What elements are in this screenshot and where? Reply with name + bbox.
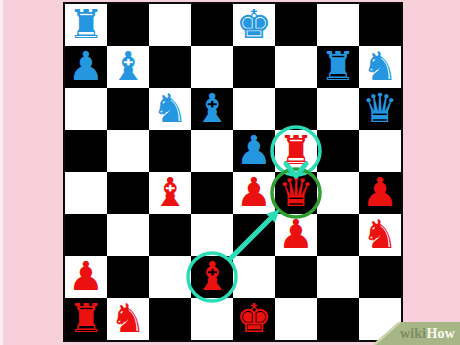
- square-b4[interactable]: [107, 172, 149, 214]
- red-knight-b1[interactable]: ♞: [110, 298, 146, 338]
- square-d8[interactable]: [191, 4, 233, 46]
- square-a5[interactable]: [65, 130, 107, 172]
- square-f5[interactable]: ♜: [275, 130, 317, 172]
- red-pawn-e4[interactable]: ♟: [236, 172, 272, 212]
- blue-pawn-e5[interactable]: ♟: [236, 130, 272, 170]
- square-f2[interactable]: [275, 256, 317, 298]
- square-a2[interactable]: ♟: [65, 256, 107, 298]
- square-e3[interactable]: [233, 214, 275, 256]
- square-e5[interactable]: ♟: [233, 130, 275, 172]
- red-knight-h3[interactable]: ♞: [362, 214, 398, 254]
- square-g8[interactable]: [317, 4, 359, 46]
- blue-queen-h6[interactable]: ♛: [362, 88, 398, 128]
- square-b5[interactable]: [107, 130, 149, 172]
- square-e6[interactable]: [233, 88, 275, 130]
- square-f1[interactable]: [275, 298, 317, 340]
- square-d7[interactable]: [191, 46, 233, 88]
- square-f8[interactable]: [275, 4, 317, 46]
- square-c2[interactable]: [149, 256, 191, 298]
- square-a6[interactable]: [65, 88, 107, 130]
- square-a7[interactable]: ♟: [65, 46, 107, 88]
- blue-pawn-a7[interactable]: ♟: [68, 46, 104, 86]
- red-pawn-h4[interactable]: ♟: [362, 172, 398, 212]
- square-c1[interactable]: [149, 298, 191, 340]
- red-rook-a1[interactable]: ♜: [68, 298, 104, 338]
- square-a1[interactable]: ♜: [65, 298, 107, 340]
- blue-rook-g7[interactable]: ♜: [320, 46, 356, 86]
- square-g4[interactable]: [317, 172, 359, 214]
- square-f4[interactable]: ♛: [275, 172, 317, 214]
- square-g7[interactable]: ♜: [317, 46, 359, 88]
- red-pawn-a2[interactable]: ♟: [68, 256, 104, 296]
- blue-rook-a8[interactable]: ♜: [68, 4, 104, 44]
- square-h5[interactable]: [359, 130, 401, 172]
- square-a8[interactable]: ♜: [65, 4, 107, 46]
- square-e4[interactable]: ♟: [233, 172, 275, 214]
- blue-bishop-d6[interactable]: ♝: [194, 88, 230, 128]
- square-c3[interactable]: [149, 214, 191, 256]
- square-f7[interactable]: [275, 46, 317, 88]
- wikihow-logo-text: wikiHow: [400, 322, 455, 345]
- blue-king-e8[interactable]: ♚: [236, 4, 272, 44]
- square-h6[interactable]: ♛: [359, 88, 401, 130]
- square-d5[interactable]: [191, 130, 233, 172]
- red-bishop-c4[interactable]: ♝: [152, 172, 188, 212]
- square-h8[interactable]: [359, 4, 401, 46]
- square-a3[interactable]: [65, 214, 107, 256]
- square-d4[interactable]: [191, 172, 233, 214]
- chess-board: ♜♚♟♝♜♞♞♝♛♟♜♝♟♛♟♟♞♟♝♜♞♚: [63, 2, 403, 342]
- square-g1[interactable]: [317, 298, 359, 340]
- square-c6[interactable]: ♞: [149, 88, 191, 130]
- square-g5[interactable]: [317, 130, 359, 172]
- square-b6[interactable]: [107, 88, 149, 130]
- wikihow-logo-how: How: [426, 326, 455, 341]
- square-e8[interactable]: ♚: [233, 4, 275, 46]
- square-d6[interactable]: ♝: [191, 88, 233, 130]
- square-h3[interactable]: ♞: [359, 214, 401, 256]
- square-b7[interactable]: ♝: [107, 46, 149, 88]
- red-pawn-f3[interactable]: ♟: [278, 214, 314, 254]
- chess-diagram: ♜♚♟♝♜♞♞♝♛♟♜♝♟♛♟♟♞♟♝♜♞♚ wikiHow: [0, 0, 460, 345]
- square-c8[interactable]: [149, 4, 191, 46]
- red-king-e1[interactable]: ♚: [236, 298, 272, 338]
- blue-knight-h7[interactable]: ♞: [362, 46, 398, 86]
- square-c5[interactable]: [149, 130, 191, 172]
- square-f3[interactable]: ♟: [275, 214, 317, 256]
- square-c4[interactable]: ♝: [149, 172, 191, 214]
- square-c7[interactable]: [149, 46, 191, 88]
- square-d1[interactable]: [191, 298, 233, 340]
- square-b1[interactable]: ♞: [107, 298, 149, 340]
- square-b8[interactable]: [107, 4, 149, 46]
- square-a4[interactable]: [65, 172, 107, 214]
- square-b2[interactable]: [107, 256, 149, 298]
- red-rook-f5[interactable]: ♜: [278, 130, 314, 170]
- wikihow-logo-wiki: wiki: [400, 326, 426, 341]
- square-e2[interactable]: [233, 256, 275, 298]
- square-g3[interactable]: [317, 214, 359, 256]
- left-edge-strip: [0, 0, 3, 345]
- square-d2[interactable]: ♝: [191, 256, 233, 298]
- square-g2[interactable]: [317, 256, 359, 298]
- blue-knight-c6[interactable]: ♞: [152, 88, 188, 128]
- square-e7[interactable]: [233, 46, 275, 88]
- square-h4[interactable]: ♟: [359, 172, 401, 214]
- square-f6[interactable]: [275, 88, 317, 130]
- square-g6[interactable]: [317, 88, 359, 130]
- square-b3[interactable]: [107, 214, 149, 256]
- square-d3[interactable]: [191, 214, 233, 256]
- wikihow-watermark: wikiHow: [374, 322, 460, 345]
- blue-bishop-b7[interactable]: ♝: [110, 46, 146, 86]
- red-bishop-d2[interactable]: ♝: [194, 256, 230, 296]
- square-h7[interactable]: ♞: [359, 46, 401, 88]
- square-h2[interactable]: [359, 256, 401, 298]
- square-e1[interactable]: ♚: [233, 298, 275, 340]
- red-queen-f4[interactable]: ♛: [278, 172, 314, 212]
